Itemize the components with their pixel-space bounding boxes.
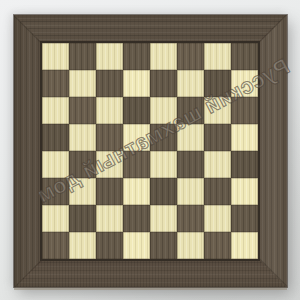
square-g3 [204,178,231,205]
square-g4 [204,151,231,178]
square-e6 [150,97,177,124]
square-a8 [42,43,69,70]
square-b7 [69,70,96,97]
frame-right [259,15,287,287]
square-a6 [42,97,69,124]
square-a4 [42,151,69,178]
square-b1 [69,232,96,259]
square-g1 [204,232,231,259]
square-d5 [123,124,150,151]
square-c5 [96,124,123,151]
square-e8 [150,43,177,70]
square-h6 [231,97,258,124]
square-b4 [69,151,96,178]
square-c2 [96,205,123,232]
square-e7 [150,70,177,97]
square-d8 [123,43,150,70]
square-g6 [204,97,231,124]
square-f3 [177,178,204,205]
square-c4 [96,151,123,178]
square-f5 [177,124,204,151]
frame-top [14,15,287,43]
square-h2 [231,205,258,232]
square-d3 [123,178,150,205]
square-e2 [150,205,177,232]
square-f6 [177,97,204,124]
square-b3 [69,178,96,205]
photo-background: Русский шахматный дом [0,0,300,300]
square-f8 [177,43,204,70]
square-g5 [204,124,231,151]
square-h5 [231,124,258,151]
square-e1 [150,232,177,259]
square-c6 [96,97,123,124]
square-c7 [96,70,123,97]
square-b2 [69,205,96,232]
square-e5 [150,124,177,151]
square-b5 [69,124,96,151]
square-a5 [42,124,69,151]
square-h3 [231,178,258,205]
square-a3 [42,178,69,205]
square-b6 [69,97,96,124]
square-a7 [42,70,69,97]
square-f1 [177,232,204,259]
square-b8 [69,43,96,70]
frame-bottom [14,259,287,287]
square-h4 [231,151,258,178]
square-d1 [123,232,150,259]
square-a2 [42,205,69,232]
square-c3 [96,178,123,205]
chess-board [14,15,287,287]
square-h8 [231,43,258,70]
square-c1 [96,232,123,259]
board-grid [42,43,258,259]
square-g8 [204,43,231,70]
square-g7 [204,70,231,97]
square-h1 [231,232,258,259]
square-c8 [96,43,123,70]
square-e4 [150,151,177,178]
square-f2 [177,205,204,232]
playing-field [40,41,260,261]
frame-left [14,15,42,287]
square-f7 [177,70,204,97]
square-h7 [231,70,258,97]
square-e3 [150,178,177,205]
square-d6 [123,97,150,124]
square-d2 [123,205,150,232]
square-d4 [123,151,150,178]
square-g2 [204,205,231,232]
square-a1 [42,232,69,259]
square-f4 [177,151,204,178]
square-d7 [123,70,150,97]
